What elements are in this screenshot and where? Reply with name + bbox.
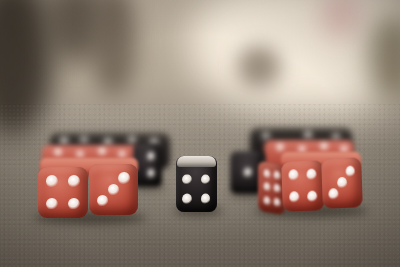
photo-vignette — [0, 0, 400, 267]
dice-photo-scene — [0, 0, 400, 267]
